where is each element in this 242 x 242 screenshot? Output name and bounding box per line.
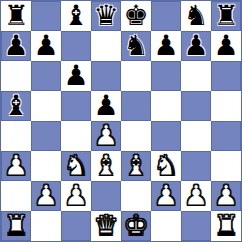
square-h5[interactable] (211, 91, 241, 121)
square-d3[interactable]: ♝ (91, 151, 121, 181)
piece-white-king[interactable]: ♚ (123, 212, 148, 240)
square-b1[interactable] (31, 211, 61, 241)
square-h2[interactable]: ♟ (211, 181, 241, 211)
piece-black-rook[interactable]: ♜ (213, 2, 238, 30)
square-d1[interactable]: ♛ (91, 211, 121, 241)
square-b5[interactable] (31, 91, 61, 121)
piece-white-pawn[interactable]: ♟ (213, 182, 238, 210)
square-b6[interactable] (31, 61, 61, 91)
square-f3[interactable]: ♞ (151, 151, 181, 181)
square-c8[interactable]: ♝ (61, 1, 91, 31)
piece-white-knight[interactable]: ♞ (63, 152, 88, 180)
square-g8[interactable]: ♞ (181, 1, 211, 31)
piece-white-rook[interactable]: ♜ (213, 212, 238, 240)
piece-black-knight[interactable]: ♞ (183, 2, 208, 30)
square-a3[interactable]: ♟ (1, 151, 31, 181)
chess-board: ♜♝♛♚♞♜♟♟♞♟♟♟♟♝♟♟♟♞♝♝♞♟♟♟♟♟♜♛♚♜ (0, 0, 242, 242)
square-a7[interactable]: ♟ (1, 31, 31, 61)
square-f4[interactable] (151, 121, 181, 151)
square-c2[interactable]: ♟ (61, 181, 91, 211)
piece-white-pawn[interactable]: ♟ (33, 182, 58, 210)
square-d8[interactable]: ♛ (91, 1, 121, 31)
piece-white-bishop[interactable]: ♝ (123, 152, 148, 180)
square-a4[interactable] (1, 121, 31, 151)
piece-black-king[interactable]: ♚ (123, 2, 148, 30)
square-a2[interactable] (1, 181, 31, 211)
square-e8[interactable]: ♚ (121, 1, 151, 31)
square-g5[interactable] (181, 91, 211, 121)
square-a1[interactable]: ♜ (1, 211, 31, 241)
square-d4[interactable]: ♟ (91, 121, 121, 151)
square-c5[interactable] (61, 91, 91, 121)
piece-black-bishop[interactable]: ♝ (3, 92, 28, 120)
square-f5[interactable] (151, 91, 181, 121)
square-e3[interactable]: ♝ (121, 151, 151, 181)
square-b8[interactable] (31, 1, 61, 31)
square-h6[interactable] (211, 61, 241, 91)
piece-black-knight[interactable]: ♞ (123, 32, 148, 60)
square-g6[interactable] (181, 61, 211, 91)
square-d2[interactable] (91, 181, 121, 211)
piece-black-bishop[interactable]: ♝ (63, 2, 88, 30)
piece-black-pawn[interactable]: ♟ (183, 32, 208, 60)
square-g3[interactable] (181, 151, 211, 181)
square-h4[interactable] (211, 121, 241, 151)
square-c6[interactable]: ♟ (61, 61, 91, 91)
square-f8[interactable] (151, 1, 181, 31)
square-f6[interactable] (151, 61, 181, 91)
piece-white-rook[interactable]: ♜ (3, 212, 28, 240)
piece-white-knight[interactable]: ♞ (153, 152, 178, 180)
piece-white-queen[interactable]: ♛ (93, 212, 118, 240)
square-f7[interactable]: ♟ (151, 31, 181, 61)
square-e1[interactable]: ♚ (121, 211, 151, 241)
square-d6[interactable] (91, 61, 121, 91)
piece-black-pawn[interactable]: ♟ (33, 32, 58, 60)
square-h3[interactable] (211, 151, 241, 181)
piece-black-pawn[interactable]: ♟ (63, 62, 88, 90)
square-a6[interactable] (1, 61, 31, 91)
piece-black-rook[interactable]: ♜ (3, 2, 28, 30)
square-e6[interactable] (121, 61, 151, 91)
square-e2[interactable] (121, 181, 151, 211)
square-g2[interactable]: ♟ (181, 181, 211, 211)
square-b7[interactable]: ♟ (31, 31, 61, 61)
square-f1[interactable] (151, 211, 181, 241)
piece-white-pawn[interactable]: ♟ (93, 122, 118, 150)
square-g7[interactable]: ♟ (181, 31, 211, 61)
square-c7[interactable] (61, 31, 91, 61)
piece-black-queen[interactable]: ♛ (93, 2, 118, 30)
square-c1[interactable] (61, 211, 91, 241)
square-a5[interactable]: ♝ (1, 91, 31, 121)
square-g1[interactable] (181, 211, 211, 241)
piece-black-pawn[interactable]: ♟ (153, 32, 178, 60)
piece-white-pawn[interactable]: ♟ (3, 152, 28, 180)
square-f2[interactable]: ♟ (151, 181, 181, 211)
square-d7[interactable] (91, 31, 121, 61)
square-h7[interactable]: ♟ (211, 31, 241, 61)
piece-white-pawn[interactable]: ♟ (63, 182, 88, 210)
square-c3[interactable]: ♞ (61, 151, 91, 181)
square-b4[interactable] (31, 121, 61, 151)
square-h8[interactable]: ♜ (211, 1, 241, 31)
square-e4[interactable] (121, 121, 151, 151)
square-g4[interactable] (181, 121, 211, 151)
square-h1[interactable]: ♜ (211, 211, 241, 241)
square-a8[interactable]: ♜ (1, 1, 31, 31)
square-e7[interactable]: ♞ (121, 31, 151, 61)
square-d5[interactable]: ♟ (91, 91, 121, 121)
square-c4[interactable] (61, 121, 91, 151)
square-e5[interactable] (121, 91, 151, 121)
piece-black-pawn[interactable]: ♟ (93, 92, 118, 120)
square-b3[interactable] (31, 151, 61, 181)
square-b2[interactable]: ♟ (31, 181, 61, 211)
piece-white-pawn[interactable]: ♟ (153, 182, 178, 210)
piece-black-pawn[interactable]: ♟ (213, 32, 238, 60)
piece-white-bishop[interactable]: ♝ (93, 152, 118, 180)
piece-black-pawn[interactable]: ♟ (3, 32, 28, 60)
piece-white-pawn[interactable]: ♟ (183, 182, 208, 210)
